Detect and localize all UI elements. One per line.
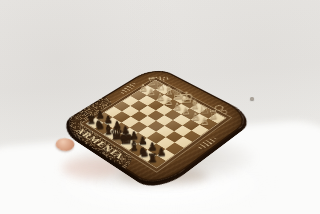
perspective-scene: ARMENIA ♖♘♗♕♔♗♘♖♙♙♙♙♙♙♙♙♟♟♟♟♟♟♟♟♜♞♝♛♚♝♞♜ [0, 0, 320, 214]
chess-set-photo: ARMENIA ♖♘♗♕♔♗♘♖♙♙♙♙♙♙♙♙♟♟♟♟♟♟♟♟♜♞♝♛♚♝♞♜ [0, 0, 320, 214]
chess-board: ARMENIA ♖♘♗♕♔♗♘♖♙♙♙♙♙♙♙♙♟♟♟♟♟♟♟♟♜♞♝♛♚♝♞♜ [57, 65, 255, 190]
metal-latch [250, 97, 254, 100]
carved-wheat-ornament [196, 136, 218, 150]
carved-leaf-ornament [148, 76, 169, 81]
piece-dark-rook: ♜ [146, 152, 160, 165]
piece-light-pawn: ♙ [198, 116, 211, 127]
